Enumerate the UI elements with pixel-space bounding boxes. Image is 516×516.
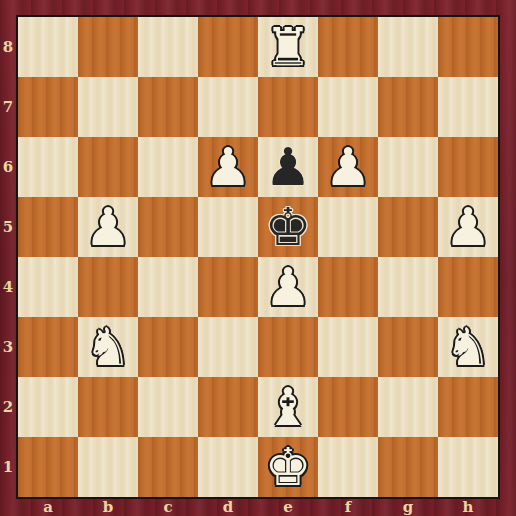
square-d2[interactable] [198, 377, 258, 437]
square-h5[interactable]: ♟ [438, 197, 498, 257]
square-e1[interactable]: ♚ [258, 437, 318, 497]
piece-white-king[interactable]: ♚ [265, 437, 312, 497]
square-a3[interactable] [18, 317, 78, 377]
rank-labels: 87654321 [0, 17, 16, 497]
square-a6[interactable] [18, 137, 78, 197]
square-b7[interactable] [78, 77, 138, 137]
square-f2[interactable] [318, 377, 378, 437]
rank-label-6: 6 [0, 137, 16, 197]
square-e4[interactable]: ♟ [258, 257, 318, 317]
square-f5[interactable] [318, 197, 378, 257]
piece-white-pawn[interactable]: ♟ [445, 197, 492, 257]
square-c4[interactable] [138, 257, 198, 317]
rank-label-8: 8 [0, 17, 16, 77]
piece-black-pawn[interactable]: ♟ [265, 137, 312, 197]
square-h1[interactable] [438, 437, 498, 497]
square-b6[interactable] [78, 137, 138, 197]
piece-white-bishop[interactable]: ♝ [265, 377, 312, 437]
rank-label-1: 1 [0, 437, 16, 497]
square-f8[interactable] [318, 17, 378, 77]
rank-label-7: 7 [0, 77, 16, 137]
square-f6[interactable]: ♟ [318, 137, 378, 197]
file-label-h: h [438, 497, 498, 516]
square-c1[interactable] [138, 437, 198, 497]
square-e7[interactable] [258, 77, 318, 137]
square-h7[interactable] [438, 77, 498, 137]
square-g8[interactable] [378, 17, 438, 77]
square-e3[interactable] [258, 317, 318, 377]
square-h2[interactable] [438, 377, 498, 437]
square-c8[interactable] [138, 17, 198, 77]
square-h8[interactable] [438, 17, 498, 77]
rank-label-2: 2 [0, 377, 16, 437]
chess-board: ♜♟♟♟♟♚♟♟♞♞♝♚ [16, 15, 500, 499]
file-label-c: c [138, 497, 198, 516]
square-c5[interactable] [138, 197, 198, 257]
square-a5[interactable] [18, 197, 78, 257]
file-label-d: d [198, 497, 258, 516]
piece-white-pawn[interactable]: ♟ [205, 137, 252, 197]
square-d7[interactable] [198, 77, 258, 137]
square-c3[interactable] [138, 317, 198, 377]
square-f3[interactable] [318, 317, 378, 377]
square-d6[interactable]: ♟ [198, 137, 258, 197]
square-f7[interactable] [318, 77, 378, 137]
rank-label-5: 5 [0, 197, 16, 257]
square-g4[interactable] [378, 257, 438, 317]
piece-white-knight[interactable]: ♞ [445, 317, 492, 377]
piece-white-knight[interactable]: ♞ [85, 317, 132, 377]
board-frame: 87654321 ♜♟♟♟♟♚♟♟♞♞♝♚ abcdefgh [0, 0, 516, 516]
square-h3[interactable]: ♞ [438, 317, 498, 377]
piece-white-pawn[interactable]: ♟ [265, 257, 312, 317]
piece-black-king[interactable]: ♚ [265, 197, 312, 257]
square-e5[interactable]: ♚ [258, 197, 318, 257]
square-h4[interactable] [438, 257, 498, 317]
piece-white-pawn[interactable]: ♟ [85, 197, 132, 257]
file-label-f: f [318, 497, 378, 516]
square-b4[interactable] [78, 257, 138, 317]
square-g5[interactable] [378, 197, 438, 257]
square-e2[interactable]: ♝ [258, 377, 318, 437]
square-d5[interactable] [198, 197, 258, 257]
file-label-e: e [258, 497, 318, 516]
square-b8[interactable] [78, 17, 138, 77]
square-a2[interactable] [18, 377, 78, 437]
square-g1[interactable] [378, 437, 438, 497]
square-c2[interactable] [138, 377, 198, 437]
square-g2[interactable] [378, 377, 438, 437]
square-b3[interactable]: ♞ [78, 317, 138, 377]
file-label-g: g [378, 497, 438, 516]
square-b5[interactable]: ♟ [78, 197, 138, 257]
square-a8[interactable] [18, 17, 78, 77]
square-d8[interactable] [198, 17, 258, 77]
square-c7[interactable] [138, 77, 198, 137]
square-b2[interactable] [78, 377, 138, 437]
square-g6[interactable] [378, 137, 438, 197]
square-a1[interactable] [18, 437, 78, 497]
square-d4[interactable] [198, 257, 258, 317]
square-c6[interactable] [138, 137, 198, 197]
square-g7[interactable] [378, 77, 438, 137]
piece-white-rook[interactable]: ♜ [265, 17, 312, 77]
square-d1[interactable] [198, 437, 258, 497]
rank-label-3: 3 [0, 317, 16, 377]
square-f1[interactable] [318, 437, 378, 497]
square-g3[interactable] [378, 317, 438, 377]
square-h6[interactable] [438, 137, 498, 197]
rank-label-4: 4 [0, 257, 16, 317]
square-b1[interactable] [78, 437, 138, 497]
square-d3[interactable] [198, 317, 258, 377]
square-f4[interactable] [318, 257, 378, 317]
square-e8[interactable]: ♜ [258, 17, 318, 77]
piece-white-pawn[interactable]: ♟ [325, 137, 372, 197]
square-a7[interactable] [18, 77, 78, 137]
file-label-a: a [18, 497, 78, 516]
square-e6[interactable]: ♟ [258, 137, 318, 197]
square-a4[interactable] [18, 257, 78, 317]
file-labels: abcdefgh [18, 497, 498, 516]
file-label-b: b [78, 497, 138, 516]
